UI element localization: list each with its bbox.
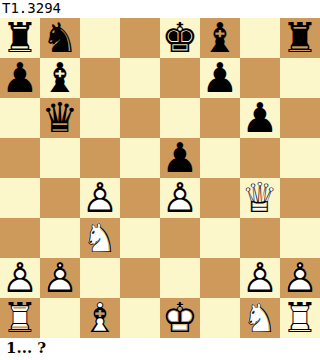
square-e2[interactable]: [160, 258, 200, 298]
square-a1[interactable]: ♜♖: [0, 298, 40, 338]
square-c5[interactable]: [80, 138, 120, 178]
square-a3[interactable]: [0, 218, 40, 258]
square-g4[interactable]: ♛♕: [240, 178, 280, 218]
square-a2[interactable]: ♟♙: [0, 258, 40, 298]
piece-white-king: ♔: [160, 298, 200, 338]
square-h3[interactable]: [280, 218, 320, 258]
square-f5[interactable]: [200, 138, 240, 178]
square-b5[interactable]: [40, 138, 80, 178]
piece-white-queen-fill: ♛: [240, 178, 280, 218]
piece-white-pawn-fill: ♟: [80, 178, 120, 218]
square-d8[interactable]: [120, 18, 160, 58]
square-c3[interactable]: ♞♘: [80, 218, 120, 258]
piece-white-pawn-fill: ♟: [240, 258, 280, 298]
piece-white-pawn: ♙: [40, 258, 80, 298]
piece-white-pawn: ♙: [240, 258, 280, 298]
square-d4[interactable]: [120, 178, 160, 218]
piece-white-rook-fill: ♜: [280, 298, 320, 338]
piece-white-pawn-fill: ♟: [280, 258, 320, 298]
square-h4[interactable]: [280, 178, 320, 218]
square-f4[interactable]: [200, 178, 240, 218]
square-e3[interactable]: [160, 218, 200, 258]
square-g3[interactable]: [240, 218, 280, 258]
square-b2[interactable]: ♟♙: [40, 258, 80, 298]
piece-white-knight-fill: ♞: [240, 298, 280, 338]
piece-black-pawn: ♟: [0, 58, 40, 98]
square-d7[interactable]: [120, 58, 160, 98]
square-f6[interactable]: [200, 98, 240, 138]
square-d1[interactable]: [120, 298, 160, 338]
square-d2[interactable]: [120, 258, 160, 298]
square-g7[interactable]: [240, 58, 280, 98]
square-b4[interactable]: [40, 178, 80, 218]
piece-white-pawn: ♙: [0, 258, 40, 298]
piece-black-bishop: ♝: [40, 58, 80, 98]
square-g2[interactable]: ♟♙: [240, 258, 280, 298]
square-f2[interactable]: [200, 258, 240, 298]
piece-white-rook: ♖: [0, 298, 40, 338]
square-h5[interactable]: [280, 138, 320, 178]
piece-white-pawn: ♙: [80, 178, 120, 218]
puzzle-id: T1.3294: [0, 0, 320, 18]
piece-white-pawn: ♙: [280, 258, 320, 298]
square-c8[interactable]: [80, 18, 120, 58]
square-b1[interactable]: [40, 298, 80, 338]
move-prompt: 1... ?: [0, 338, 320, 360]
piece-black-pawn: ♟: [160, 138, 200, 178]
piece-white-rook-fill: ♜: [0, 298, 40, 338]
square-h8[interactable]: ♜: [280, 18, 320, 58]
square-h2[interactable]: ♟♙: [280, 258, 320, 298]
square-c6[interactable]: [80, 98, 120, 138]
piece-white-pawn-fill: ♟: [0, 258, 40, 298]
piece-white-pawn-fill: ♟: [40, 258, 80, 298]
square-e5[interactable]: ♟: [160, 138, 200, 178]
square-b7[interactable]: ♝: [40, 58, 80, 98]
square-e4[interactable]: ♟♙: [160, 178, 200, 218]
square-f3[interactable]: [200, 218, 240, 258]
piece-white-queen: ♕: [240, 178, 280, 218]
square-f1[interactable]: [200, 298, 240, 338]
square-h6[interactable]: [280, 98, 320, 138]
square-g1[interactable]: ♞♘: [240, 298, 280, 338]
square-e1[interactable]: ♚♔: [160, 298, 200, 338]
chess-board: ♜♞♚♝♜♟♝♟♛♟♟♟♙♟♙♛♕♞♘♟♙♟♙♟♙♟♙♜♖♝♗♚♔♞♘♜♖: [0, 18, 320, 338]
square-d3[interactable]: [120, 218, 160, 258]
piece-white-knight: ♘: [240, 298, 280, 338]
square-a4[interactable]: [0, 178, 40, 218]
piece-black-rook: ♜: [280, 18, 320, 58]
square-h7[interactable]: [280, 58, 320, 98]
square-c2[interactable]: [80, 258, 120, 298]
square-c4[interactable]: ♟♙: [80, 178, 120, 218]
square-d5[interactable]: [120, 138, 160, 178]
square-b8[interactable]: ♞: [40, 18, 80, 58]
square-g6[interactable]: ♟: [240, 98, 280, 138]
piece-black-knight: ♞: [40, 18, 80, 58]
piece-white-bishop-fill: ♝: [80, 298, 120, 338]
piece-white-pawn: ♙: [160, 178, 200, 218]
square-g5[interactable]: [240, 138, 280, 178]
square-d6[interactable]: [120, 98, 160, 138]
square-f7[interactable]: ♟: [200, 58, 240, 98]
piece-white-knight: ♘: [80, 218, 120, 258]
square-b6[interactable]: ♛: [40, 98, 80, 138]
piece-black-pawn: ♟: [200, 58, 240, 98]
square-a5[interactable]: [0, 138, 40, 178]
square-a7[interactable]: ♟: [0, 58, 40, 98]
square-g8[interactable]: [240, 18, 280, 58]
square-a6[interactable]: [0, 98, 40, 138]
piece-black-pawn: ♟: [240, 98, 280, 138]
square-b3[interactable]: [40, 218, 80, 258]
square-c1[interactable]: ♝♗: [80, 298, 120, 338]
square-e8[interactable]: ♚: [160, 18, 200, 58]
piece-black-queen: ♛: [40, 98, 80, 138]
square-e6[interactable]: [160, 98, 200, 138]
piece-black-king: ♚: [160, 18, 200, 58]
piece-white-knight-fill: ♞: [80, 218, 120, 258]
square-a8[interactable]: ♜: [0, 18, 40, 58]
piece-white-king-fill: ♚: [160, 298, 200, 338]
square-e7[interactable]: [160, 58, 200, 98]
square-c7[interactable]: [80, 58, 120, 98]
piece-white-rook: ♖: [280, 298, 320, 338]
piece-white-bishop: ♗: [80, 298, 120, 338]
square-f8[interactable]: ♝: [200, 18, 240, 58]
piece-black-bishop: ♝: [200, 18, 240, 58]
square-h1[interactable]: ♜♖: [280, 298, 320, 338]
piece-black-rook: ♜: [0, 18, 40, 58]
piece-white-pawn-fill: ♟: [160, 178, 200, 218]
